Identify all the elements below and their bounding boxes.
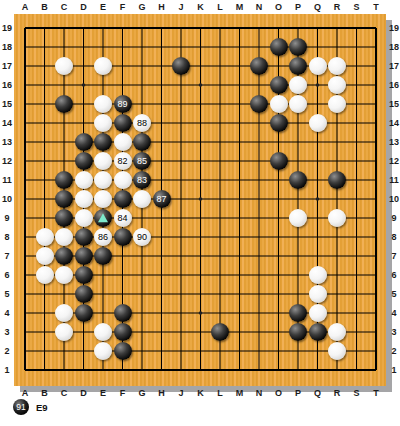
coord-label: H (158, 388, 165, 398)
stone-D11 (75, 171, 93, 189)
coord-label: F (120, 388, 126, 398)
coord-label: 10 (389, 194, 399, 204)
stone-Q3 (309, 323, 327, 341)
coord-label: 7 (4, 251, 9, 261)
coord-label: 16 (389, 80, 399, 90)
stone-F11 (114, 171, 132, 189)
coord-label: 3 (391, 327, 396, 337)
stone-P11 (289, 171, 307, 189)
coord-label: 17 (2, 61, 12, 71)
stone-D7 (75, 247, 93, 265)
coord-label: H (158, 2, 165, 12)
coord-label: 18 (389, 42, 399, 52)
coord-label: S (353, 388, 359, 398)
coord-label: 19 (389, 23, 399, 33)
stone-C15 (55, 95, 73, 113)
stone-Q5 (309, 285, 327, 303)
coord-label: B (41, 388, 48, 398)
coord-label: Q (314, 388, 321, 398)
stone-F13 (114, 133, 132, 151)
coord-label: 1 (4, 365, 9, 375)
coord-label: 5 (391, 289, 396, 299)
stone-F14 (114, 114, 132, 132)
stone-D6 (75, 266, 93, 284)
stone-E8: 86 (94, 228, 112, 246)
coord-label: 1 (391, 365, 396, 375)
stone-O18 (270, 38, 288, 56)
coord-label: E (100, 388, 106, 398)
stone-D10 (75, 190, 93, 208)
coord-label: 15 (2, 99, 12, 109)
stone-R16 (328, 76, 346, 94)
coord-label: G (138, 2, 145, 12)
coord-label: O (275, 388, 282, 398)
coord-label: T (373, 388, 379, 398)
stone-G8: 90 (133, 228, 151, 246)
coord-label: 13 (389, 137, 399, 147)
coord-label: 2 (391, 346, 396, 356)
coord-label: C (61, 388, 68, 398)
stone-P15 (289, 95, 307, 113)
stone-R15 (328, 95, 346, 113)
stone-D13 (75, 133, 93, 151)
stone-E7 (94, 247, 112, 265)
stone-P3 (289, 323, 307, 341)
stone-C4 (55, 304, 73, 322)
stone-Q6 (309, 266, 327, 284)
coord-label: 3 (4, 327, 9, 337)
stone-P4 (289, 304, 307, 322)
stone-E2 (94, 342, 112, 360)
coord-label: T (373, 2, 379, 12)
coord-label: 6 (4, 270, 9, 280)
stone-P18 (289, 38, 307, 56)
stone-F2 (114, 342, 132, 360)
move-number-label: 88 (133, 114, 151, 132)
stone-O12 (270, 152, 288, 170)
stone-F12: 82 (114, 152, 132, 170)
coord-label: F (120, 2, 126, 12)
go-board[interactable]: 898882858387848690 (14, 14, 386, 386)
coord-label: K (197, 388, 204, 398)
coord-label: D (80, 2, 87, 12)
stone-B6 (36, 266, 54, 284)
coord-label: 19 (2, 23, 12, 33)
stone-C6 (55, 266, 73, 284)
stone-H10: 87 (153, 190, 171, 208)
coord-label: Q (314, 2, 321, 12)
coord-label: 11 (2, 175, 12, 185)
coord-label: 13 (2, 137, 12, 147)
coord-label: S (353, 2, 359, 12)
coord-label: A (22, 2, 29, 12)
go-game-diagram: 898882858387848690 ABCDEFGHJKLMNOPQRST A… (0, 0, 400, 426)
coord-label: 11 (389, 175, 399, 185)
coord-label: B (41, 2, 48, 12)
coord-label: R (334, 2, 341, 12)
stone-P9 (289, 209, 307, 227)
stone-D12 (75, 152, 93, 170)
coord-label: 7 (391, 251, 396, 261)
stone-E9 (94, 209, 112, 227)
stone-F10 (114, 190, 132, 208)
stone-C3 (55, 323, 73, 341)
coord-label: J (178, 388, 183, 398)
coord-label: 4 (4, 308, 9, 318)
coord-label: 8 (4, 232, 9, 242)
coord-label: N (256, 2, 263, 12)
stone-F9: 84 (114, 209, 132, 227)
coord-label: E (100, 2, 106, 12)
stone-P16 (289, 76, 307, 94)
coord-label: 12 (2, 156, 12, 166)
coord-label: 10 (2, 194, 12, 204)
coord-label: P (295, 2, 301, 12)
last-move-coordinate: E9 (36, 402, 48, 413)
move-number-label: 89 (114, 95, 132, 113)
stone-C11 (55, 171, 73, 189)
stone-Q14 (309, 114, 327, 132)
stone-C7 (55, 247, 73, 265)
stone-O16 (270, 76, 288, 94)
stone-G11: 83 (133, 171, 151, 189)
coord-label: P (295, 388, 301, 398)
stone-G10 (133, 190, 151, 208)
stone-G13 (133, 133, 151, 151)
coord-label: J (178, 2, 183, 12)
coord-label: 9 (391, 213, 396, 223)
coord-label: 16 (2, 80, 12, 90)
stone-R2 (328, 342, 346, 360)
stone-E15 (94, 95, 112, 113)
coord-label: D (80, 388, 87, 398)
stone-J17 (172, 57, 190, 75)
stone-C17 (55, 57, 73, 75)
last-move-number: 91 (16, 402, 25, 412)
stone-R11 (328, 171, 346, 189)
move-number-label: 90 (133, 228, 151, 246)
move-number-label: 87 (153, 190, 171, 208)
stone-F8 (114, 228, 132, 246)
move-number-label: 82 (114, 152, 132, 170)
coord-label: 17 (389, 61, 399, 71)
coord-label: O (275, 2, 282, 12)
stone-R3 (328, 323, 346, 341)
go-board-grid[interactable]: 898882858387848690 (15, 19, 386, 380)
stone-E10 (94, 190, 112, 208)
stone-F4 (114, 304, 132, 322)
last-move-stone-icon: 91 (13, 399, 29, 415)
stone-E3 (94, 323, 112, 341)
coord-label: 5 (4, 289, 9, 299)
last-move-caption: 91 E9 (13, 398, 48, 416)
coord-label: K (197, 2, 204, 12)
stone-E14 (94, 114, 112, 132)
stone-E12 (94, 152, 112, 170)
coord-label: L (217, 2, 223, 12)
stone-D9 (75, 209, 93, 227)
coord-label: 8 (391, 232, 396, 242)
coord-label: 15 (389, 99, 399, 109)
stone-D5 (75, 285, 93, 303)
coord-label: 18 (2, 42, 12, 52)
stone-G12: 85 (133, 152, 151, 170)
stone-B7 (36, 247, 54, 265)
stone-B8 (36, 228, 54, 246)
coord-label: 12 (389, 156, 399, 166)
stone-R9 (328, 209, 346, 227)
move-number-label: 85 (133, 152, 151, 170)
stone-E13 (94, 133, 112, 151)
move-number-label: 83 (133, 171, 151, 189)
coord-label: 9 (4, 213, 9, 223)
coord-label: 14 (389, 118, 399, 128)
stone-N17 (250, 57, 268, 75)
stone-C10 (55, 190, 73, 208)
coord-label: 4 (391, 308, 396, 318)
stone-C9 (55, 209, 73, 227)
move-number-label: 84 (114, 209, 132, 227)
coord-label: L (217, 388, 223, 398)
stone-F3 (114, 323, 132, 341)
stone-R17 (328, 57, 346, 75)
coord-label: 14 (2, 118, 12, 128)
coord-label: N (256, 388, 263, 398)
stone-O14 (270, 114, 288, 132)
stone-L3 (211, 323, 229, 341)
stone-Q17 (309, 57, 327, 75)
stone-D8 (75, 228, 93, 246)
coord-label: M (236, 388, 244, 398)
stone-D4 (75, 304, 93, 322)
stone-C8 (55, 228, 73, 246)
stone-E17 (94, 57, 112, 75)
stone-O15 (270, 95, 288, 113)
coord-label: 2 (4, 346, 9, 356)
coord-label: M (236, 2, 244, 12)
stone-P17 (289, 57, 307, 75)
coord-label: R (334, 388, 341, 398)
move-number-label: 86 (94, 228, 112, 246)
coord-label: C (61, 2, 68, 12)
stone-F15: 89 (114, 95, 132, 113)
stone-N15 (250, 95, 268, 113)
coord-label: G (138, 388, 145, 398)
stone-G14: 88 (133, 114, 151, 132)
coord-label: 6 (391, 270, 396, 280)
stone-E11 (94, 171, 112, 189)
stone-Q4 (309, 304, 327, 322)
coord-label: A (22, 388, 29, 398)
triangle-marker-icon (98, 213, 108, 222)
